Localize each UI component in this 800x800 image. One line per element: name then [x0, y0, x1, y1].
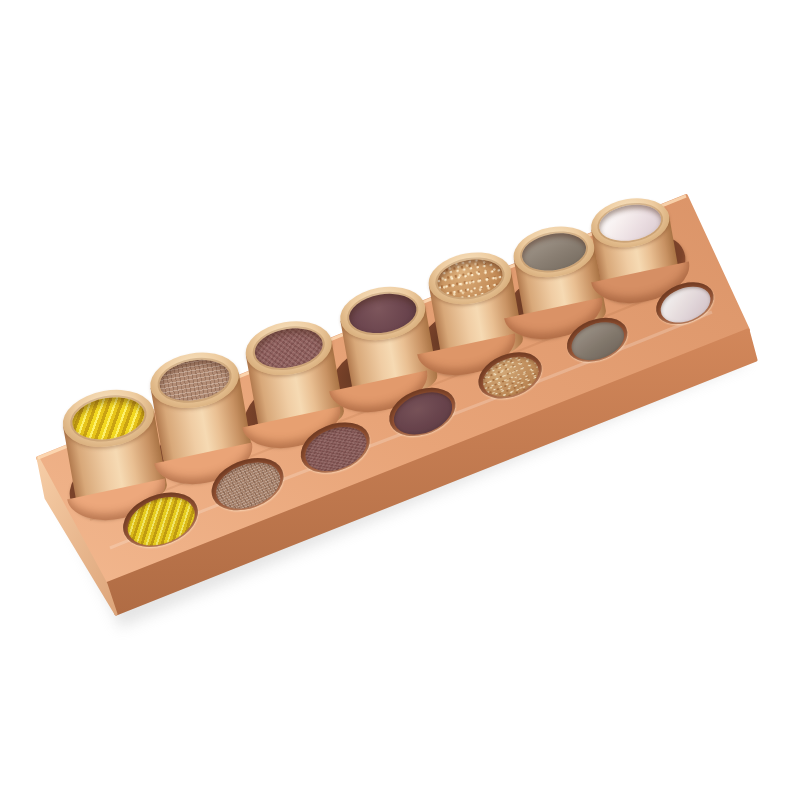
disc-recess-2 [203, 448, 292, 520]
scene [0, 0, 800, 800]
texture-disc-corduroy-yellow [119, 488, 202, 555]
texture-disc-burlap-tan [208, 453, 287, 517]
texture-disc-fabric-rose [298, 419, 374, 480]
disc-recess-4 [381, 378, 463, 445]
texture-disc-gloss-white [654, 280, 716, 330]
disc-recess-5 [470, 344, 549, 408]
texture-disc-suede-plum [387, 384, 459, 442]
disc-recess-1 [114, 482, 207, 557]
disc-recess-6 [560, 309, 635, 370]
texture-disc-glitter-gold [476, 349, 545, 404]
disc-recess-7 [649, 274, 720, 332]
texture-disc-smooth-taupe [565, 315, 630, 367]
disc-recess-3 [292, 413, 378, 482]
